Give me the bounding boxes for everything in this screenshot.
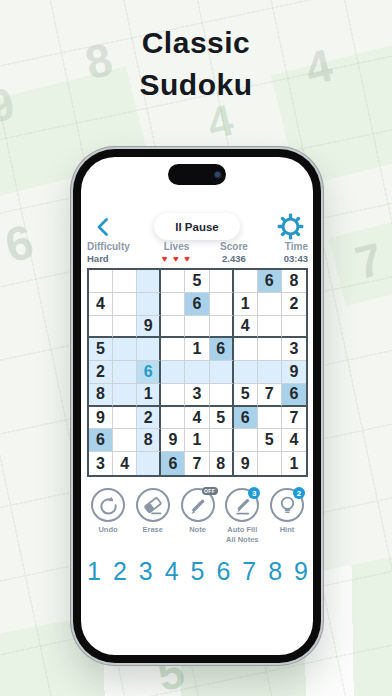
numpad-2[interactable]: 2 [113,556,127,586]
page-title-line1: Classic [0,22,392,64]
cell-r3c5[interactable] [185,316,209,339]
cell-r7c3[interactable]: 2 [137,407,161,430]
cell-r4c5[interactable]: 1 [185,338,209,361]
cell-r5c7[interactable] [234,361,258,384]
cell-r2c3[interactable] [137,293,161,316]
stat-score: Score 2.436 [211,241,257,264]
cell-r1c3[interactable] [137,270,161,293]
cell-r5c8[interactable] [258,361,282,384]
cell-r5c6[interactable] [210,361,234,384]
numpad-4[interactable]: 4 [165,556,179,586]
toolbar: UndoEraseOFFNote3Auto FillAll Notes2Hint [87,488,308,545]
cell-r6c9[interactable]: 6 [282,384,306,407]
sudoku-board: 5684612945163269813576924567689154346789… [87,268,308,477]
cell-r5c2[interactable] [113,361,137,384]
numpad-9[interactable]: 9 [294,556,308,586]
gear-icon [277,213,304,240]
settings-button[interactable] [277,213,304,240]
difficulty-value: Hard [87,253,142,264]
erase-label: Erase [143,525,163,535]
undo-label: Undo [98,525,117,535]
cell-r1c4[interactable] [161,270,185,293]
camera-dot [214,171,222,179]
cell-r3c3[interactable]: 9 [137,316,161,339]
cell-r9c2[interactable]: 4 [113,452,137,475]
numpad-3[interactable]: 3 [139,556,153,586]
chevron-left-icon [96,217,109,237]
numpad-1[interactable]: 1 [87,556,101,586]
cell-r9c1[interactable]: 3 [89,452,113,475]
stat-lives: Lives ♥ ♥ ♥ [142,241,211,264]
note-label: Note [189,525,206,535]
lives-label: Lives [142,241,211,252]
cell-r6c6[interactable] [210,384,234,407]
cell-r1c1[interactable] [89,270,113,293]
cell-r8c4[interactable]: 9 [161,429,185,452]
score-value: 2.436 [211,253,257,264]
hint-badge: 2 [293,487,305,499]
cell-r6c4[interactable] [161,384,185,407]
cell-r7c8[interactable] [258,407,282,430]
page-title: Classic Sudoku [0,22,392,106]
cell-r5c5[interactable] [185,361,209,384]
cell-r7c1[interactable]: 9 [89,407,113,430]
cell-r2c2[interactable] [113,293,137,316]
cell-r6c1[interactable]: 8 [89,384,113,407]
cell-r5c1[interactable]: 2 [89,361,113,384]
cell-r3c2[interactable] [113,316,137,339]
pause-label: II Pause [175,221,218,233]
autofill-badge: 3 [248,487,260,499]
cell-r4c9[interactable]: 3 [282,338,306,361]
cell-r9c5[interactable]: 7 [185,452,209,475]
cell-r8c8[interactable]: 5 [258,429,282,452]
cell-r7c5[interactable]: 4 [185,407,209,430]
cell-r4c1[interactable]: 5 [89,338,113,361]
bg-green-wedge [329,216,392,306]
cell-r8c3[interactable]: 8 [137,429,161,452]
lives-hearts: ♥ ♥ ♥ [142,253,211,264]
cell-r2c8[interactable] [258,293,282,316]
cell-r3c4[interactable] [161,316,185,339]
cell-r6c5[interactable]: 3 [185,384,209,407]
difficulty-label: Difficulty [87,241,142,252]
cell-r3c1[interactable] [89,316,113,339]
cell-r2c7[interactable]: 1 [234,293,258,316]
cell-r6c3[interactable]: 1 [137,384,161,407]
phone-frame: II Pause [73,149,321,663]
numpad-7[interactable]: 7 [242,556,256,586]
cell-r2c4[interactable] [161,293,185,316]
cell-r7c9[interactable]: 7 [282,407,306,430]
cell-r1c2[interactable] [113,270,137,293]
cell-r6c2[interactable] [113,384,137,407]
cell-r5c4[interactable] [161,361,185,384]
autofill-label: Auto FillAll Notes [226,525,259,545]
cell-r2c9[interactable]: 2 [282,293,306,316]
cell-r1c8[interactable]: 6 [258,270,282,293]
cell-r1c7[interactable] [234,270,258,293]
cell-r4c3[interactable] [137,338,161,361]
cell-r9c4[interactable]: 6 [161,452,185,475]
cell-r1c9[interactable]: 8 [282,270,306,293]
cell-r8c6[interactable] [210,429,234,452]
stats-row: Difficulty Hard Lives ♥ ♥ ♥ Score 2.436 … [87,241,308,264]
cell-r1c6[interactable] [210,270,234,293]
cell-r1c5[interactable]: 5 [185,270,209,293]
numpad-6[interactable]: 6 [216,556,230,586]
undo-icon [96,493,121,518]
cell-r4c7[interactable] [234,338,258,361]
app-header: II Pause [81,213,313,241]
cell-r8c2[interactable] [113,429,137,452]
eraser-icon [140,493,165,518]
cell-r7c6[interactable]: 5 [210,407,234,430]
stat-difficulty: Difficulty Hard [87,241,142,264]
cell-r2c1[interactable]: 4 [89,293,113,316]
note-button[interactable]: OFFNote [177,488,219,545]
cell-r8c1[interactable]: 6 [89,429,113,452]
cell-r6c7[interactable]: 5 [234,384,258,407]
pause-button[interactable]: II Pause [154,213,240,240]
bg-faint-digit: 6 [1,217,39,270]
number-pad: 123456789 [87,556,308,586]
cell-r9c8[interactable] [258,452,282,475]
cell-r4c4[interactable] [161,338,185,361]
numpad-8[interactable]: 8 [268,556,282,586]
cell-r9c9[interactable]: 1 [282,452,306,475]
cell-r3c9[interactable] [282,316,306,339]
cell-r3c7[interactable]: 4 [234,316,258,339]
cell-r5c9[interactable]: 9 [282,361,306,384]
cell-r8c7[interactable] [234,429,258,452]
numpad-5[interactable]: 5 [191,556,205,586]
cell-r7c2[interactable] [113,407,137,430]
note-badge: OFF [202,487,218,495]
cell-r9c7[interactable]: 9 [234,452,258,475]
cell-r7c4[interactable] [161,407,185,430]
cell-r9c3[interactable] [137,452,161,475]
hint-label: Hint [280,525,295,535]
hint-button[interactable]: 2Hint [266,488,308,545]
cell-r7c7[interactable]: 6 [234,407,258,430]
undo-button[interactable]: Undo [87,488,129,545]
cell-r4c2[interactable] [113,338,137,361]
cell-r3c6[interactable] [210,316,234,339]
page-title-line2: Sudoku [0,64,392,106]
erase-button[interactable]: Erase [132,488,174,545]
autofill-button[interactable]: 3Auto FillAll Notes [221,488,263,545]
cell-r9c6[interactable]: 8 [210,452,234,475]
stat-time: Time 03:43 [257,241,308,264]
cell-r2c6[interactable] [210,293,234,316]
cell-r2c5[interactable]: 6 [185,293,209,316]
back-button[interactable] [91,215,113,239]
time-label: Time [257,241,308,252]
cell-r8c5[interactable]: 1 [185,429,209,452]
pencil-icon [185,493,210,518]
cell-r6c8[interactable]: 7 [258,384,282,407]
cell-r3c8[interactable] [258,316,282,339]
cell-r4c8[interactable] [258,338,282,361]
cell-r5c3[interactable]: 6 [137,361,161,384]
cell-r4c6[interactable]: 6 [210,338,234,361]
dynamic-island [168,164,226,185]
phone-screen: II Pause [81,157,313,655]
cell-r8c9[interactable]: 4 [282,429,306,452]
time-value: 03:43 [257,253,308,264]
score-label: Score [211,241,257,252]
